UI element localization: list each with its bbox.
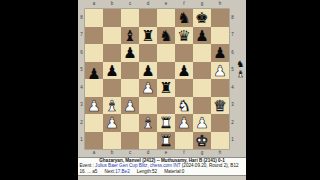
square-e2[interactable]: ♜ <box>157 114 175 132</box>
next-move-value[interactable]: 17.Be2 <box>115 169 130 174</box>
square-c2[interactable] <box>121 114 139 132</box>
square-c8[interactable] <box>121 9 139 27</box>
rank-label-7: 7 <box>230 27 236 45</box>
status-line: 16. ... a5 Next: 17.Be2 Length: 52 Mater… <box>78 169 246 174</box>
square-h7[interactable] <box>211 27 229 45</box>
square-e6[interactable] <box>157 44 175 62</box>
rank-label-4: 4 <box>78 79 85 97</box>
square-g3[interactable] <box>193 97 211 115</box>
square-d2[interactable]: ♝ <box>139 114 157 132</box>
square-b6[interactable] <box>103 44 121 62</box>
square-e4[interactable]: ♜ <box>157 79 175 97</box>
square-b4[interactable] <box>103 79 121 97</box>
piece-black-king[interactable]: ♚ <box>195 11 208 26</box>
square-h5[interactable]: ♟ <box>211 62 229 80</box>
square-h3[interactable]: ♛ <box>211 97 229 115</box>
square-d5[interactable]: ♟ <box>139 62 157 80</box>
piece-black-pawn[interactable]: ♟ <box>141 63 154 78</box>
piece-white-pawn[interactable]: ♟ <box>105 116 118 131</box>
material-value: 0 <box>182 169 185 174</box>
rank-labels-left: 87654321 <box>78 9 85 149</box>
rank-label-3: 3 <box>78 97 85 115</box>
piece-white-bishop[interactable]: ♝ <box>141 116 154 131</box>
square-f5[interactable]: ♟ <box>175 62 193 80</box>
file-label-f: f <box>175 1 193 7</box>
next-move-label: Next: <box>104 169 115 174</box>
event-link[interactable]: Julius Baer Gen Cup Blitz, chess.com INT <box>95 163 180 168</box>
piece-white-pawn[interactable]: ♟ <box>141 81 154 96</box>
square-b3[interactable]: ♝ <box>103 97 121 115</box>
square-g5[interactable] <box>193 62 211 80</box>
square-c4[interactable] <box>121 79 139 97</box>
rank-label-1: 1 <box>78 132 85 150</box>
file-label-b: b <box>103 1 121 7</box>
piece-black-pawn[interactable]: ♟ <box>105 63 118 78</box>
piece-black-queen[interactable]: ♛ <box>177 28 190 43</box>
rank-label-7: 7 <box>78 27 85 45</box>
file-label-d: d <box>139 1 157 7</box>
game-info-panel: Ghazaryan, Manvel (2412) -- Muthusamy, H… <box>78 157 246 176</box>
square-f3[interactable]: ♞ <box>175 97 193 115</box>
square-h6[interactable]: ♟ <box>211 44 229 62</box>
square-c6[interactable]: ♟ <box>121 44 139 62</box>
square-d8[interactable] <box>139 9 157 27</box>
file-label-d: d <box>139 150 157 156</box>
square-e7[interactable]: ♞ <box>157 27 175 45</box>
rank-label-4: 4 <box>230 79 236 97</box>
square-d4[interactable]: ♟ <box>139 79 157 97</box>
video-frame: { "game": "chess", "position": { "fen": … <box>0 0 320 180</box>
file-label-f: f <box>175 150 193 156</box>
file-labels-top: abcdefgh <box>85 1 229 7</box>
file-label-h: h <box>211 150 229 156</box>
square-h2[interactable] <box>211 114 229 132</box>
piece-white-bishop[interactable]: ♝ <box>105 98 118 113</box>
event-label: Event : <box>80 163 96 168</box>
piece-white-queen[interactable]: ♛ <box>213 98 226 113</box>
square-g4[interactable] <box>193 79 211 97</box>
square-b8[interactable] <box>103 9 121 27</box>
square-b5[interactable]: ♟ <box>103 62 121 80</box>
square-g7[interactable]: ♟ <box>193 27 211 45</box>
square-d6[interactable] <box>139 44 157 62</box>
square-c1[interactable] <box>121 132 139 150</box>
rank-label-1: 1 <box>230 132 236 150</box>
piece-black-knight[interactable]: ♞ <box>159 28 172 43</box>
square-f8[interactable]: ♞ <box>175 9 193 27</box>
square-a5[interactable]: ♟ <box>85 62 103 80</box>
square-d1[interactable] <box>139 132 157 150</box>
square-h8[interactable] <box>211 9 229 27</box>
file-label-g: g <box>193 1 211 7</box>
piece-white-pawn[interactable]: ♟ <box>87 98 100 113</box>
square-f1[interactable] <box>175 132 193 150</box>
square-c7[interactable]: ♝ <box>121 27 139 45</box>
square-g8[interactable]: ♚ <box>193 9 211 27</box>
board[interactable]: ♞♚♝♜♞♛♟♟♟♟♟♟♟♟♟♜♟♝♟♞♛♟♝♜♟♟♜♚ <box>85 9 229 149</box>
square-b1[interactable] <box>103 132 121 150</box>
square-f4[interactable] <box>175 79 193 97</box>
piece-black-pawn[interactable]: ♟ <box>177 63 190 78</box>
square-f2[interactable]: ♟ <box>175 114 193 132</box>
rank-label-6: 6 <box>230 44 236 62</box>
piece-white-rook[interactable]: ♜ <box>159 133 172 148</box>
piece-white-pawn[interactable]: ♟ <box>177 116 190 131</box>
square-b7[interactable] <box>103 27 121 45</box>
length-label: Length: <box>137 169 152 174</box>
piece-white-pawn[interactable]: ♟ <box>213 63 226 78</box>
rank-labels-right: 87654321 <box>230 9 236 149</box>
captured-white-bishop-icon: ♝ <box>236 70 244 79</box>
square-d7[interactable]: ♜ <box>139 27 157 45</box>
square-h4[interactable] <box>211 79 229 97</box>
rank-label-2: 2 <box>230 114 236 132</box>
piece-black-rook[interactable]: ♜ <box>141 28 154 43</box>
square-c5[interactable] <box>121 62 139 80</box>
piece-black-pawn[interactable]: ♟ <box>123 46 136 61</box>
file-label-a: a <box>85 150 103 156</box>
square-h1[interactable] <box>211 132 229 150</box>
piece-black-pawn[interactable]: ♟ <box>195 28 208 43</box>
square-g1[interactable]: ♚ <box>193 132 211 150</box>
rank-label-2: 2 <box>78 114 85 132</box>
piece-black-knight[interactable]: ♞ <box>177 11 190 26</box>
piece-white-pawn[interactable]: ♟ <box>195 116 208 131</box>
file-label-e: e <box>157 1 175 7</box>
rank-label-8: 8 <box>230 9 236 27</box>
square-c3[interactable]: ♟ <box>121 97 139 115</box>
file-label-c: c <box>121 150 139 156</box>
file-label-c: c <box>121 1 139 7</box>
square-g6[interactable] <box>193 44 211 62</box>
file-label-e: e <box>157 150 175 156</box>
piece-white-pawn[interactable]: ♟ <box>123 98 136 113</box>
file-labels-bottom: abcdefgh <box>85 150 229 156</box>
piece-black-bishop[interactable]: ♝ <box>123 28 136 43</box>
file-label-g: g <box>193 150 211 156</box>
last-move: 16. ... a5 <box>80 169 98 174</box>
event-line: Event : Julius Baer Gen Cup Blitz, chess… <box>78 163 246 168</box>
piece-white-knight[interactable]: ♞ <box>177 98 190 113</box>
material-label: Material: <box>164 169 182 174</box>
square-e3[interactable] <box>157 97 175 115</box>
file-label-h: h <box>211 1 229 7</box>
square-a3[interactable]: ♟ <box>85 97 103 115</box>
material-difference-tray: ♞♝ <box>235 60 246 79</box>
piece-black-pawn[interactable]: ♟ <box>213 46 226 61</box>
square-g2[interactable]: ♟ <box>193 114 211 132</box>
event-details: (2024.09.20, Round 2), B12 <box>181 163 239 168</box>
file-label-a: a <box>85 1 103 7</box>
square-a2[interactable] <box>85 114 103 132</box>
square-e8[interactable] <box>157 9 175 27</box>
square-a6[interactable] <box>85 44 103 62</box>
piece-white-rook[interactable]: ♜ <box>159 116 172 131</box>
square-e5[interactable] <box>157 62 175 80</box>
square-e1[interactable]: ♜ <box>157 132 175 150</box>
rank-label-3: 3 <box>230 97 236 115</box>
rank-label-5: 5 <box>78 62 85 80</box>
piece-black-pawn[interactable]: ♟ <box>87 67 100 82</box>
square-f7[interactable]: ♛ <box>175 27 193 45</box>
captured-black-knight-icon: ♞ <box>236 60 244 69</box>
square-a7[interactable] <box>85 27 103 45</box>
piece-black-rook[interactable]: ♜ <box>159 81 172 96</box>
square-b2[interactable]: ♟ <box>103 114 121 132</box>
square-f6[interactable] <box>175 44 193 62</box>
square-a1[interactable] <box>85 132 103 150</box>
square-d3[interactable] <box>139 97 157 115</box>
gui-content-area: abcdefgh abcdefgh 87654321 87654321 ♞♚♝♜… <box>78 0 246 180</box>
file-label-b: b <box>103 150 121 156</box>
rank-label-8: 8 <box>78 9 85 27</box>
rank-label-6: 6 <box>78 44 85 62</box>
square-a8[interactable] <box>85 9 103 27</box>
piece-white-king[interactable]: ♚ <box>195 133 208 148</box>
length-value: 52 <box>152 169 157 174</box>
